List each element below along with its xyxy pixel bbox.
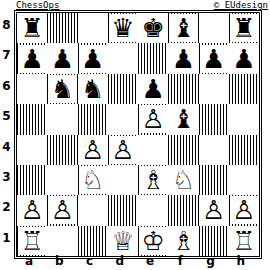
chess-board: ♜♛♚♝♜♟♟♟♟♟♟♞♞♟♙♝♙♙♘♗♘♙♙♙♙♖♕♔♗♖ — [14, 10, 262, 259]
rank-label-2: 2 — [0, 200, 13, 214]
square-a6 — [17, 74, 47, 104]
file-label-b: b — [44, 254, 74, 268]
square-a1: ♖ — [17, 226, 47, 256]
square-f4 — [168, 135, 198, 165]
piece-white-knight: ♘ — [170, 166, 196, 194]
file-label-h: h — [226, 254, 256, 268]
piece-white-rook: ♖ — [19, 227, 45, 255]
piece-black-queen: ♛ — [110, 14, 136, 42]
rank-label-4: 4 — [0, 140, 13, 154]
rank-labels: 87654321 — [0, 10, 14, 253]
square-b3 — [47, 165, 77, 195]
square-g4 — [199, 135, 229, 165]
file-label-d: d — [105, 254, 135, 268]
piece-black-pawn: ♟ — [170, 45, 196, 73]
square-d8: ♛ — [108, 13, 138, 43]
square-a4 — [17, 135, 47, 165]
square-f8: ♝ — [168, 13, 198, 43]
copyright-credit: © EUdesign — [214, 0, 268, 10]
square-d3 — [108, 165, 138, 195]
piece-black-bishop: ♝ — [170, 105, 196, 133]
square-g1 — [199, 226, 229, 256]
square-f2 — [168, 195, 198, 225]
square-g7: ♟ — [199, 43, 229, 73]
piece-white-pawn: ♙ — [140, 105, 166, 133]
file-label-e: e — [135, 254, 165, 268]
piece-black-pawn: ♟ — [140, 75, 166, 103]
piece-white-bishop: ♗ — [170, 227, 196, 255]
piece-black-pawn: ♟ — [231, 45, 257, 73]
square-d2 — [108, 195, 138, 225]
square-c1 — [78, 226, 108, 256]
piece-black-pawn: ♟ — [19, 45, 45, 73]
square-a7: ♟ — [17, 43, 47, 73]
piece-white-pawn: ♙ — [110, 136, 136, 164]
piece-black-knight: ♞ — [80, 75, 106, 103]
piece-white-king: ♔ — [140, 227, 166, 255]
square-a3 — [17, 165, 47, 195]
square-e4 — [138, 135, 168, 165]
piece-black-king: ♚ — [140, 14, 166, 42]
piece-white-queen: ♕ — [110, 227, 136, 255]
square-b2: ♙ — [47, 195, 77, 225]
rank-label-6: 6 — [0, 79, 13, 93]
piece-white-bishop: ♗ — [140, 166, 166, 194]
square-c7: ♟ — [78, 43, 108, 73]
chessops-diagram: ChessOps © EUdesign ♜♛♚♝♜♟♟♟♟♟♟♞♞♟♙♝♙♙♘♗… — [0, 0, 270, 270]
square-b4 — [47, 135, 77, 165]
square-b7: ♟ — [47, 43, 77, 73]
piece-black-pawn: ♟ — [201, 45, 227, 73]
piece-black-bishop: ♝ — [170, 14, 196, 42]
file-label-c: c — [75, 254, 105, 268]
square-e6: ♟ — [138, 74, 168, 104]
square-e3: ♗ — [138, 165, 168, 195]
square-d1: ♕ — [108, 226, 138, 256]
piece-white-pawn: ♙ — [231, 196, 257, 224]
piece-white-knight: ♘ — [80, 166, 106, 194]
square-g8 — [199, 13, 229, 43]
app-title: ChessOps — [16, 0, 59, 10]
square-e1: ♔ — [138, 226, 168, 256]
square-c5 — [78, 104, 108, 134]
square-f6 — [168, 74, 198, 104]
square-h1: ♖ — [229, 226, 259, 256]
file-label-g: g — [196, 254, 226, 268]
rank-label-8: 8 — [0, 18, 13, 32]
square-e5: ♙ — [138, 104, 168, 134]
piece-white-pawn: ♙ — [201, 196, 227, 224]
square-b8 — [47, 13, 77, 43]
piece-black-rook: ♜ — [231, 14, 257, 42]
piece-white-rook: ♖ — [231, 227, 257, 255]
square-g2: ♙ — [199, 195, 229, 225]
square-g3 — [199, 165, 229, 195]
rank-label-7: 7 — [0, 48, 13, 62]
rank-label-1: 1 — [0, 231, 13, 245]
file-label-f: f — [165, 254, 195, 268]
square-b6: ♞ — [47, 74, 77, 104]
piece-black-pawn: ♟ — [80, 45, 106, 73]
square-h5 — [229, 104, 259, 134]
piece-white-pawn: ♙ — [80, 136, 106, 164]
square-d6 — [108, 74, 138, 104]
square-c2 — [78, 195, 108, 225]
square-b5 — [47, 104, 77, 134]
square-d7 — [108, 43, 138, 73]
square-c8 — [78, 13, 108, 43]
square-h6 — [229, 74, 259, 104]
square-d5 — [108, 104, 138, 134]
square-h2: ♙ — [229, 195, 259, 225]
square-f1: ♗ — [168, 226, 198, 256]
square-h4 — [229, 135, 259, 165]
file-label-a: a — [14, 254, 44, 268]
piece-white-pawn: ♙ — [49, 196, 75, 224]
square-b1 — [47, 226, 77, 256]
square-f5: ♝ — [168, 104, 198, 134]
piece-black-rook: ♜ — [19, 14, 45, 42]
square-a5 — [17, 104, 47, 134]
square-c4: ♙ — [78, 135, 108, 165]
piece-black-knight: ♞ — [49, 75, 75, 103]
square-e7 — [138, 43, 168, 73]
square-h8: ♜ — [229, 13, 259, 43]
piece-black-pawn: ♟ — [49, 45, 75, 73]
rank-label-3: 3 — [0, 170, 13, 184]
square-h3 — [229, 165, 259, 195]
piece-white-pawn: ♙ — [19, 196, 45, 224]
square-g6 — [199, 74, 229, 104]
square-f3: ♘ — [168, 165, 198, 195]
square-h7: ♟ — [229, 43, 259, 73]
file-labels: abcdefgh — [14, 254, 256, 269]
square-f7: ♟ — [168, 43, 198, 73]
square-g5 — [199, 104, 229, 134]
square-d4: ♙ — [108, 135, 138, 165]
square-a8: ♜ — [17, 13, 47, 43]
rank-label-5: 5 — [0, 109, 13, 123]
square-e2 — [138, 195, 168, 225]
square-c3: ♘ — [78, 165, 108, 195]
square-c6: ♞ — [78, 74, 108, 104]
square-e8: ♚ — [138, 13, 168, 43]
square-a2: ♙ — [17, 195, 47, 225]
